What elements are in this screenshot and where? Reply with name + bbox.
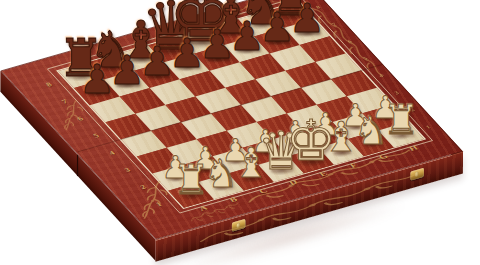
rank-label-5: 5 [92,133,101,139]
piece-black-pawn-h7[interactable]: ♟ [289,0,325,38]
rank-label-3: 3 [123,167,132,173]
rank-label-8: 8 [44,81,53,87]
rank-label-4: 4 [107,150,116,156]
piece-white-rook-h1[interactable]: ♜ [383,100,420,141]
fold-seam-icon [77,154,78,176]
rank-label-right-1: 1 [425,124,432,129]
chess-set-photo: ABCDEFGH1234567812345678♜♞♝♛♚♝♞♜♟♟♟♟♟♟♟♟… [0,0,480,265]
